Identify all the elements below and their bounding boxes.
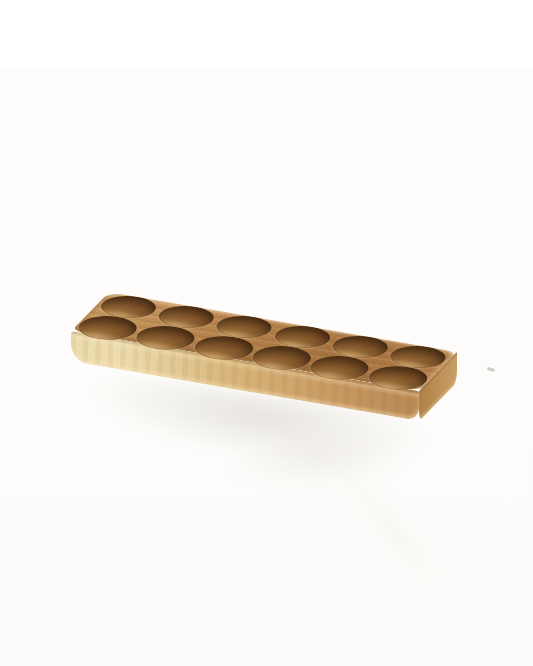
shadow-smudge	[225, 438, 405, 486]
dust-speck	[487, 367, 496, 372]
scene	[0, 0, 533, 666]
